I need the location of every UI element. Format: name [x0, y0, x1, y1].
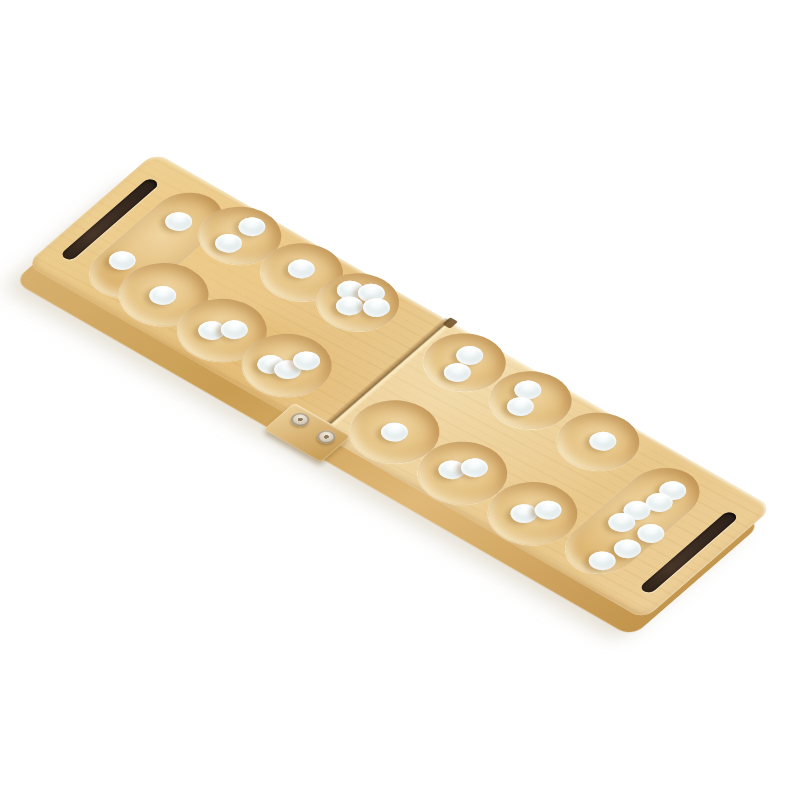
hinge-pin-icon [287, 410, 314, 429]
product-photo-scene [0, 0, 800, 800]
board [26, 152, 773, 620]
hinge-pin-icon [313, 427, 340, 446]
